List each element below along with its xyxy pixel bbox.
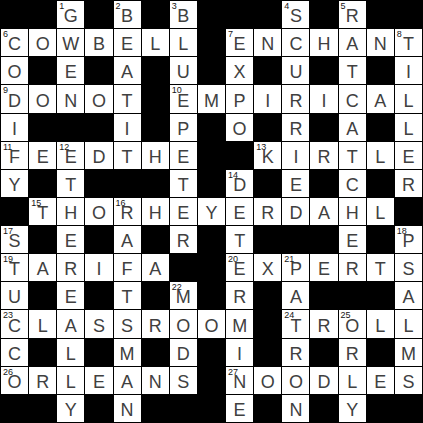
cell-letter: I — [265, 92, 270, 113]
clue-number: 13 — [256, 143, 266, 152]
black-cell-r12c11 — [310, 339, 337, 366]
cell-r5c14[interactable]: E — [395, 142, 422, 169]
cell-r1c1[interactable]: O — [29, 29, 56, 56]
cell-r5c13[interactable]: L — [367, 142, 394, 169]
cell-letter: O — [36, 92, 50, 113]
cell-r11c11[interactable]: R — [310, 310, 337, 337]
cell-r6c6[interactable]: T — [170, 170, 197, 197]
cell-r12c8[interactable]: I — [226, 339, 253, 366]
cell-r3c3[interactable]: O — [85, 85, 112, 112]
cell-letter: L — [38, 317, 48, 338]
cell-letter: D — [92, 148, 105, 169]
black-cell-r5c7 — [198, 142, 225, 169]
clue-number: 2 — [116, 2, 121, 11]
cell-r0c6[interactable]: 3B — [170, 1, 197, 28]
black-cell-r0c1 — [29, 1, 56, 28]
cell-letter: N — [149, 373, 162, 394]
cell-r1c0[interactable]: 6C — [1, 29, 28, 56]
cell-r10c14[interactable]: A — [395, 282, 422, 309]
cell-letter: X — [234, 63, 246, 84]
black-cell-r4c5 — [142, 114, 169, 141]
cell-r8c4[interactable]: A — [114, 226, 141, 253]
cell-r0c2[interactable]: 1G — [57, 1, 84, 28]
cell-r8c8[interactable]: T — [226, 226, 253, 253]
cell-letter: L — [150, 35, 160, 56]
cell-letter: T — [178, 176, 189, 197]
cell-r9c9[interactable]: X — [254, 254, 281, 281]
cell-letter: E — [346, 232, 358, 253]
black-cell-r12c9 — [254, 339, 281, 366]
cell-r7c8[interactable]: E — [226, 198, 253, 225]
cell-letter: I — [406, 63, 411, 84]
cell-r8c6[interactable]: R — [170, 226, 197, 253]
cell-letter: O — [233, 120, 247, 141]
cell-r12c10[interactable]: R — [282, 339, 309, 366]
black-cell-r4c2 — [57, 114, 84, 141]
cell-letter: L — [375, 204, 385, 225]
clue-number: 3 — [172, 2, 177, 11]
black-cell-r12c3 — [85, 339, 112, 366]
cell-letter: P — [177, 120, 189, 141]
black-cell-r6c5 — [142, 170, 169, 197]
cell-letter: A — [121, 232, 133, 253]
cell-r5c5[interactable]: H — [142, 142, 169, 169]
cell-r13c12[interactable]: L — [339, 367, 366, 394]
cell-r14c10[interactable]: N — [282, 395, 309, 422]
clue-number: 16 — [116, 199, 126, 208]
clue-number: 5 — [341, 2, 346, 11]
cell-letter: E — [121, 35, 133, 56]
cell-r2c14[interactable]: I — [395, 57, 422, 84]
cell-letter: R — [177, 232, 190, 253]
cell-r3c11[interactable]: I — [310, 85, 337, 112]
cell-letter: T — [347, 148, 358, 169]
cell-r2c6[interactable]: U — [170, 57, 197, 84]
cell-r9c1[interactable]: A — [29, 254, 56, 281]
cell-r1c5[interactable]: L — [142, 29, 169, 56]
cell-r5c1[interactable]: E — [29, 142, 56, 169]
cell-letter: R — [149, 317, 162, 338]
cell-letter: R — [261, 204, 274, 225]
black-cell-r12c7 — [198, 339, 225, 366]
cell-letter: O — [36, 35, 50, 56]
cell-r7c13[interactable]: L — [367, 198, 394, 225]
cell-r8c12[interactable]: E — [339, 226, 366, 253]
cell-r7c10[interactable]: D — [282, 198, 309, 225]
clue-number: 19 — [3, 255, 13, 264]
cell-letter: E — [65, 63, 77, 84]
black-cell-r6c3 — [85, 170, 112, 197]
cell-letter: I — [12, 120, 17, 141]
cell-letter: T — [65, 176, 76, 197]
cell-r5c9[interactable]: 13K — [254, 142, 281, 169]
cell-letter: O — [204, 317, 218, 338]
cell-r3c14[interactable]: L — [395, 85, 422, 112]
cell-letter: P — [234, 92, 246, 113]
cell-r1c6[interactable]: L — [170, 29, 197, 56]
cell-r0c4[interactable]: 2B — [114, 1, 141, 28]
cell-letter: D — [177, 345, 190, 366]
cell-r0c12[interactable]: 5R — [339, 1, 366, 28]
cell-r9c13[interactable]: T — [367, 254, 394, 281]
cell-r11c1[interactable]: L — [29, 310, 56, 337]
cell-letter: E — [234, 401, 246, 422]
cell-letter: N — [64, 92, 77, 113]
cell-letter: L — [178, 35, 188, 56]
cell-r9c11[interactable]: E — [310, 254, 337, 281]
cell-r11c5[interactable]: R — [142, 310, 169, 337]
black-cell-r5c8 — [226, 142, 253, 169]
black-cell-r6c13 — [367, 170, 394, 197]
cell-r7c2[interactable]: H — [57, 198, 84, 225]
cell-r9c8[interactable]: 20E — [226, 254, 253, 281]
black-cell-r7c14 — [395, 198, 422, 225]
cell-r12c4[interactable]: M — [114, 339, 141, 366]
cell-letter: R — [346, 260, 359, 281]
black-cell-r10c1 — [29, 282, 56, 309]
cell-r14c12[interactable]: Y — [339, 395, 366, 422]
cell-r2c10[interactable]: U — [282, 57, 309, 84]
cell-r2c2[interactable]: E — [57, 57, 84, 84]
black-cell-r9c7 — [198, 254, 225, 281]
cell-letter: L — [66, 373, 76, 394]
cell-r12c12[interactable]: R — [339, 339, 366, 366]
black-cell-r0c3 — [85, 1, 112, 28]
cell-r12c6[interactable]: D — [170, 339, 197, 366]
cell-r3c0[interactable]: 9D — [1, 85, 28, 112]
cell-letter: M — [204, 92, 219, 113]
clue-number: 20 — [228, 255, 238, 264]
black-cell-r0c9 — [254, 1, 281, 28]
clue-number: 10 — [172, 86, 182, 95]
cell-r13c11[interactable]: D — [310, 367, 337, 394]
cell-r13c3[interactable]: E — [85, 367, 112, 394]
black-cell-r8c10 — [282, 226, 309, 253]
cell-letter: R — [289, 345, 302, 366]
cell-r2c0[interactable]: O — [1, 57, 28, 84]
cell-r14c2[interactable]: Y — [57, 395, 84, 422]
cell-letter: I — [125, 120, 130, 141]
black-cell-r10c9 — [254, 282, 281, 309]
cell-r6c10[interactable]: E — [282, 170, 309, 197]
cell-r5c6[interactable]: E — [170, 142, 197, 169]
crossword-board: 1G2B3B4S5R6COWBELL7ENCHAN8TOEAUXUTI9DONO… — [0, 0, 423, 423]
black-cell-r2c9 — [254, 57, 281, 84]
black-cell-r14c6 — [170, 395, 197, 422]
cell-r14c8[interactable]: E — [226, 395, 253, 422]
cell-r3c8[interactable]: P — [226, 85, 253, 112]
cell-r10c0[interactable]: U — [1, 282, 28, 309]
cell-letter: Y — [9, 176, 21, 197]
cell-r11c8[interactable]: M — [226, 310, 253, 337]
cell-letter: B — [93, 35, 105, 56]
cell-letter: E — [65, 288, 77, 309]
cell-r4c8[interactable]: O — [226, 114, 253, 141]
cell-r9c10[interactable]: 21P — [282, 254, 309, 281]
black-cell-r2c3 — [85, 57, 112, 84]
cell-r13c10[interactable]: O — [282, 367, 309, 394]
cell-r5c12[interactable]: T — [339, 142, 366, 169]
cell-r14c4[interactable]: N — [114, 395, 141, 422]
cell-r13c14[interactable]: S — [395, 367, 422, 394]
cell-r1c9[interactable]: N — [254, 29, 281, 56]
cell-r0c10[interactable]: 4S — [282, 1, 309, 28]
cell-r7c11[interactable]: A — [310, 198, 337, 225]
cell-r9c12[interactable]: R — [339, 254, 366, 281]
cell-r1c14[interactable]: 8T — [395, 29, 422, 56]
cell-letter: N — [289, 401, 302, 422]
black-cell-r14c1 — [29, 395, 56, 422]
cell-r1c4[interactable]: E — [114, 29, 141, 56]
cell-r1c3[interactable]: B — [85, 29, 112, 56]
cell-letter: R — [346, 7, 359, 28]
cell-letter: C — [346, 176, 359, 197]
cell-r9c2[interactable]: R — [57, 254, 84, 281]
black-cell-r10c5 — [142, 282, 169, 309]
black-cell-r4c11 — [310, 114, 337, 141]
cell-r4c4[interactable]: I — [114, 114, 141, 141]
black-cell-r1c7 — [198, 29, 225, 56]
cell-letter: A — [121, 63, 133, 84]
cell-r11c12[interactable]: 25O — [339, 310, 366, 337]
cell-letter: I — [237, 345, 242, 366]
black-cell-r2c1 — [29, 57, 56, 84]
cell-r5c10[interactable]: I — [282, 142, 309, 169]
cell-r4c6[interactable]: P — [170, 114, 197, 141]
cell-r9c5[interactable]: A — [142, 254, 169, 281]
cell-r3c7[interactable]: M — [198, 85, 225, 112]
cell-r3c13[interactable]: A — [367, 85, 394, 112]
cell-r2c8[interactable]: X — [226, 57, 253, 84]
cell-letter: E — [402, 148, 414, 169]
black-cell-r3c5 — [142, 85, 169, 112]
black-cell-r2c13 — [367, 57, 394, 84]
cell-r11c3[interactable]: S — [85, 310, 112, 337]
cell-r1c13[interactable]: N — [367, 29, 394, 56]
cell-letter: X — [262, 260, 274, 281]
black-cell-r10c11 — [310, 282, 337, 309]
cell-r7c6[interactable]: E — [170, 198, 197, 225]
cell-r1c11[interactable]: H — [310, 29, 337, 56]
cell-r3c12[interactable]: C — [339, 85, 366, 112]
cell-r11c7[interactable]: O — [198, 310, 225, 337]
cell-letter: R — [233, 288, 246, 309]
cell-letter: M — [401, 345, 416, 366]
black-cell-r0c0 — [1, 1, 28, 28]
cell-r12c0[interactable]: C — [1, 339, 28, 366]
cell-r11c2[interactable]: A — [57, 310, 84, 337]
black-cell-r8c11 — [310, 226, 337, 253]
cell-r7c4[interactable]: 16R — [114, 198, 141, 225]
cell-r5c11[interactable]: R — [310, 142, 337, 169]
clue-number: 9 — [3, 86, 8, 95]
cell-r5c3[interactable]: D — [85, 142, 112, 169]
cell-r13c6[interactable]: S — [170, 367, 197, 394]
cell-letter: C — [8, 345, 21, 366]
cell-r11c6[interactable]: O — [170, 310, 197, 337]
cell-r6c2[interactable]: T — [57, 170, 84, 197]
cell-letter: W — [62, 35, 79, 56]
black-cell-r6c1 — [29, 170, 56, 197]
cell-r2c12[interactable]: T — [339, 57, 366, 84]
cell-letter: U — [289, 63, 302, 84]
cell-letter: I — [322, 92, 327, 113]
cell-r1c2[interactable]: W — [57, 29, 84, 56]
cell-letter: A — [346, 35, 358, 56]
cell-r12c14[interactable]: M — [395, 339, 422, 366]
black-cell-r0c14 — [395, 1, 422, 28]
black-cell-r12c5 — [142, 339, 169, 366]
cell-letter: A — [149, 260, 161, 281]
black-cell-r14c14 — [395, 395, 422, 422]
cell-letter: T — [122, 92, 133, 113]
cell-r4c14[interactable]: L — [395, 114, 422, 141]
cell-r13c9[interactable]: O — [254, 367, 281, 394]
cell-letter: E — [234, 204, 246, 225]
cell-letter: E — [65, 232, 77, 253]
cell-letter: G — [64, 7, 78, 28]
cell-letter: T — [234, 232, 245, 253]
cell-r7c7[interactable]: Y — [198, 198, 225, 225]
cell-r13c5[interactable]: N — [142, 367, 169, 394]
cell-r13c2[interactable]: L — [57, 367, 84, 394]
cell-r7c3[interactable]: O — [85, 198, 112, 225]
cell-r13c1[interactable]: R — [29, 367, 56, 394]
clue-number: 26 — [3, 368, 13, 377]
cell-r10c8[interactable]: R — [226, 282, 253, 309]
cell-letter: H — [64, 204, 77, 225]
cell-r4c10[interactable]: R — [282, 114, 309, 141]
cell-letter: O — [289, 373, 303, 394]
cell-r13c13[interactable]: E — [367, 367, 394, 394]
cell-letter: L — [375, 317, 385, 338]
cell-r11c14[interactable]: L — [395, 310, 422, 337]
cell-r5c2[interactable]: 12E — [57, 142, 84, 169]
black-cell-r4c13 — [367, 114, 394, 141]
cell-letter: N — [121, 401, 134, 422]
cell-letter: C — [346, 92, 359, 113]
cell-r9c0[interactable]: 19T — [1, 254, 28, 281]
black-cell-r8c13 — [367, 226, 394, 253]
cell-letter: E — [374, 373, 386, 394]
cell-r6c12[interactable]: C — [339, 170, 366, 197]
cell-r3c1[interactable]: O — [29, 85, 56, 112]
clue-number: 24 — [284, 311, 294, 320]
cell-letter: U — [8, 288, 21, 309]
cell-letter: C — [289, 35, 302, 56]
clue-number: 7 — [228, 30, 233, 39]
cell-r3c10[interactable]: R — [282, 85, 309, 112]
black-cell-r0c5 — [142, 1, 169, 28]
cell-r6c8[interactable]: 14D — [226, 170, 253, 197]
cell-r7c12[interactable]: H — [339, 198, 366, 225]
cell-letter: A — [37, 260, 49, 281]
cell-letter: S — [402, 373, 414, 394]
cell-r10c4[interactable]: T — [114, 282, 141, 309]
cell-letter: O — [92, 204, 106, 225]
cell-r1c12[interactable]: A — [339, 29, 366, 56]
cell-r9c3[interactable]: I — [85, 254, 112, 281]
cell-letter: A — [290, 288, 302, 309]
black-cell-r8c1 — [29, 226, 56, 253]
cell-letter: H — [149, 204, 162, 225]
black-cell-r10c12 — [339, 282, 366, 309]
clue-number: 17 — [3, 227, 13, 236]
cell-r7c9[interactable]: R — [254, 198, 281, 225]
black-cell-r12c13 — [367, 339, 394, 366]
cell-r11c13[interactable]: L — [367, 310, 394, 337]
cell-letter: L — [66, 345, 76, 366]
cell-r6c14[interactable]: R — [395, 170, 422, 197]
cell-r5c4[interactable]: T — [114, 142, 141, 169]
cell-letter: T — [403, 35, 414, 56]
cell-r13c4[interactable]: A — [114, 367, 141, 394]
cell-r7c1[interactable]: 15T — [29, 198, 56, 225]
cell-r8c0[interactable]: 17S — [1, 226, 28, 253]
cell-r12c2[interactable]: L — [57, 339, 84, 366]
cell-letter: E — [93, 373, 105, 394]
cell-letter: S — [177, 373, 189, 394]
cell-r1c8[interactable]: 7E — [226, 29, 253, 56]
cell-r3c4[interactable]: T — [114, 85, 141, 112]
cell-r11c4[interactable]: S — [114, 310, 141, 337]
cell-r11c0[interactable]: 23C — [1, 310, 28, 337]
cell-r10c2[interactable]: E — [57, 282, 84, 309]
cell-r3c2[interactable]: N — [57, 85, 84, 112]
cell-r1c10[interactable]: C — [282, 29, 309, 56]
cell-r8c14[interactable]: 18P — [395, 226, 422, 253]
cell-letter: R — [318, 148, 331, 169]
clue-number: 21 — [284, 255, 294, 264]
cell-r13c0[interactable]: 26O — [1, 367, 28, 394]
cell-letter: A — [346, 120, 358, 141]
cell-r4c0[interactable]: I — [1, 114, 28, 141]
clue-number: 15 — [31, 199, 41, 208]
cell-r2c4[interactable]: A — [114, 57, 141, 84]
cell-r8c2[interactable]: E — [57, 226, 84, 253]
cell-r9c4[interactable]: F — [114, 254, 141, 281]
cell-r10c10[interactable]: A — [282, 282, 309, 309]
black-cell-r14c13 — [367, 395, 394, 422]
cell-r13c8[interactable]: 27N — [226, 367, 253, 394]
black-cell-r9c6 — [170, 254, 197, 281]
cell-r7c5[interactable]: H — [142, 198, 169, 225]
cell-r11c10[interactable]: 24T — [282, 310, 309, 337]
cell-letter: O — [8, 63, 22, 84]
clue-number: 1 — [59, 2, 64, 11]
cell-r3c6[interactable]: 10E — [170, 85, 197, 112]
clue-number: 25 — [341, 311, 351, 320]
black-cell-r6c7 — [198, 170, 225, 197]
black-cell-r14c11 — [310, 395, 337, 422]
cell-letter: O — [176, 317, 190, 338]
clue-number: 6 — [3, 30, 8, 39]
black-cell-r14c0 — [1, 395, 28, 422]
cell-letter: S — [121, 317, 133, 338]
clue-number: 12 — [59, 143, 69, 152]
black-cell-r4c1 — [29, 114, 56, 141]
cell-r4c12[interactable]: A — [339, 114, 366, 141]
cell-r6c0[interactable]: Y — [1, 170, 28, 197]
cell-r9c14[interactable]: S — [395, 254, 422, 281]
cell-letter: R — [289, 92, 302, 113]
cell-r3c9[interactable]: I — [254, 85, 281, 112]
cell-letter: L — [403, 317, 413, 338]
clue-number: 27 — [228, 368, 238, 377]
cell-letter: E — [177, 148, 189, 169]
cell-r5c0[interactable]: 11F — [1, 142, 28, 169]
cell-r10c6[interactable]: 22M — [170, 282, 197, 309]
